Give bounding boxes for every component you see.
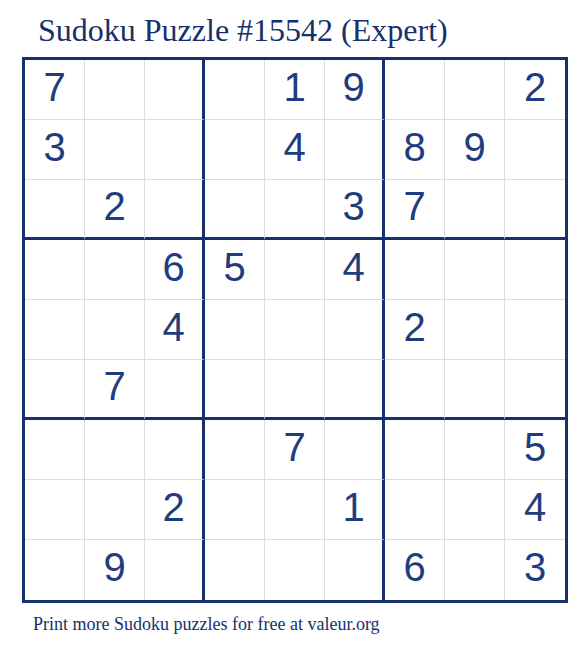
cell-r9c4[interactable] (205, 540, 265, 600)
cell-r9c3[interactable] (145, 540, 205, 600)
cell-r5c5[interactable] (265, 300, 325, 360)
cell-r4c2[interactable] (85, 240, 145, 300)
cell-r5c6[interactable] (325, 300, 385, 360)
cell-r8c7[interactable] (385, 480, 445, 540)
cell-r3c9[interactable] (505, 180, 565, 240)
cell-r9c6[interactable] (325, 540, 385, 600)
cell-r6c5[interactable] (265, 360, 325, 420)
cell-r8c3[interactable]: 2 (145, 480, 205, 540)
sudoku-page: Sudoku Puzzle #15542 (Expert) 7192348923… (0, 0, 580, 651)
cell-r9c8[interactable] (445, 540, 505, 600)
cell-r4c3[interactable]: 6 (145, 240, 205, 300)
cell-r3c6[interactable]: 3 (325, 180, 385, 240)
cell-r1c3[interactable] (145, 60, 205, 120)
cell-r5c3[interactable]: 4 (145, 300, 205, 360)
cell-r4c4[interactable]: 5 (205, 240, 265, 300)
cell-r9c2[interactable]: 9 (85, 540, 145, 600)
cell-r7c6[interactable] (325, 420, 385, 480)
cell-r7c5[interactable]: 7 (265, 420, 325, 480)
cell-r5c2[interactable] (85, 300, 145, 360)
cell-r8c8[interactable] (445, 480, 505, 540)
cell-r1c1[interactable]: 7 (25, 60, 85, 120)
cell-r4c8[interactable] (445, 240, 505, 300)
cell-r3c5[interactable] (265, 180, 325, 240)
cell-r1c5[interactable]: 1 (265, 60, 325, 120)
cell-r6c1[interactable] (25, 360, 85, 420)
cell-r2c8[interactable]: 9 (445, 120, 505, 180)
cell-r9c5[interactable] (265, 540, 325, 600)
cell-r2c5[interactable]: 4 (265, 120, 325, 180)
cell-r3c1[interactable] (25, 180, 85, 240)
cell-r3c7[interactable]: 7 (385, 180, 445, 240)
cell-r1c6[interactable]: 9 (325, 60, 385, 120)
cell-r4c1[interactable] (25, 240, 85, 300)
cell-r6c9[interactable] (505, 360, 565, 420)
cell-r7c9[interactable]: 5 (505, 420, 565, 480)
cell-r2c1[interactable]: 3 (25, 120, 85, 180)
page-title: Sudoku Puzzle #15542 (Expert) (38, 12, 448, 49)
cell-r2c6[interactable] (325, 120, 385, 180)
cell-r8c6[interactable]: 1 (325, 480, 385, 540)
cell-r5c7[interactable]: 2 (385, 300, 445, 360)
cell-r8c4[interactable] (205, 480, 265, 540)
cell-r6c7[interactable] (385, 360, 445, 420)
cell-r6c4[interactable] (205, 360, 265, 420)
cell-r6c2[interactable]: 7 (85, 360, 145, 420)
cell-r5c1[interactable] (25, 300, 85, 360)
cell-r1c2[interactable] (85, 60, 145, 120)
cell-r5c8[interactable] (445, 300, 505, 360)
cell-r8c9[interactable]: 4 (505, 480, 565, 540)
cell-r7c7[interactable] (385, 420, 445, 480)
cell-r2c2[interactable] (85, 120, 145, 180)
cell-r6c8[interactable] (445, 360, 505, 420)
cell-r2c3[interactable] (145, 120, 205, 180)
cell-r6c3[interactable] (145, 360, 205, 420)
cell-r4c7[interactable] (385, 240, 445, 300)
cell-r7c1[interactable] (25, 420, 85, 480)
cell-r8c1[interactable] (25, 480, 85, 540)
cell-r7c8[interactable] (445, 420, 505, 480)
cell-r7c3[interactable] (145, 420, 205, 480)
cell-r1c9[interactable]: 2 (505, 60, 565, 120)
sudoku-board: 7192348923765442775214963 (22, 57, 568, 603)
cell-r2c4[interactable] (205, 120, 265, 180)
cell-r4c6[interactable]: 4 (325, 240, 385, 300)
footer-text: Print more Sudoku puzzles for free at va… (33, 614, 380, 635)
cell-r3c8[interactable] (445, 180, 505, 240)
cell-r1c7[interactable] (385, 60, 445, 120)
cell-r8c5[interactable] (265, 480, 325, 540)
cell-r5c4[interactable] (205, 300, 265, 360)
cell-r8c2[interactable] (85, 480, 145, 540)
cell-r7c2[interactable] (85, 420, 145, 480)
cell-r6c6[interactable] (325, 360, 385, 420)
cell-r4c9[interactable] (505, 240, 565, 300)
cell-r1c8[interactable] (445, 60, 505, 120)
cell-r2c7[interactable]: 8 (385, 120, 445, 180)
cell-r9c1[interactable] (25, 540, 85, 600)
cell-r7c4[interactable] (205, 420, 265, 480)
cell-r1c4[interactable] (205, 60, 265, 120)
cell-r3c3[interactable] (145, 180, 205, 240)
cell-r9c7[interactable]: 6 (385, 540, 445, 600)
cell-r5c9[interactable] (505, 300, 565, 360)
cell-r2c9[interactable] (505, 120, 565, 180)
cell-r9c9[interactable]: 3 (505, 540, 565, 600)
cell-r3c2[interactable]: 2 (85, 180, 145, 240)
cell-r3c4[interactable] (205, 180, 265, 240)
cell-r4c5[interactable] (265, 240, 325, 300)
